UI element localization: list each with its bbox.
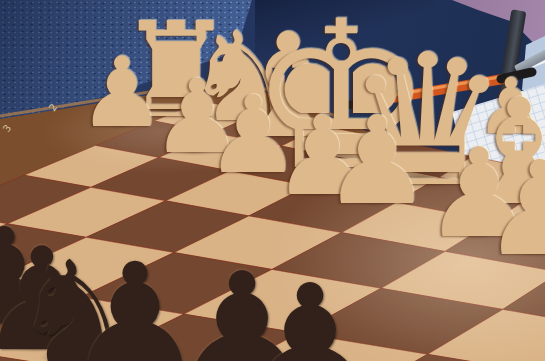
tournament-chess-photo: 23d ♜♞♟♟♝♟♚♟♛♟♝♟♟♟♟♟♞♟♟♟ (0, 0, 545, 361)
white-pawn-a2[interactable]: ♟ (482, 144, 545, 274)
black-pawn-b7[interactable]: ♟ (235, 263, 385, 361)
white-pawn-d2[interactable]: ♟ (322, 100, 431, 222)
